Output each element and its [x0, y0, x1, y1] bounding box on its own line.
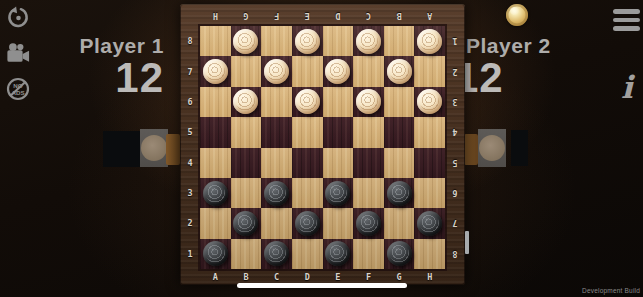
square-g7[interactable] [384, 56, 415, 86]
game-screen: NO ADS Player 1 12 Player 2 12 i ABCDEFG… [0, 0, 643, 297]
square-g5[interactable] [384, 117, 415, 147]
square-b4[interactable] [231, 148, 262, 178]
file-label: C [261, 272, 292, 282]
square-d6[interactable] [292, 87, 323, 117]
square-c6[interactable] [261, 87, 292, 117]
white-piece-h8[interactable] [417, 29, 442, 54]
square-b3[interactable] [231, 178, 262, 208]
home-indicator[interactable] [237, 283, 407, 288]
square-d4[interactable] [292, 148, 323, 178]
rank-label: 8 [180, 26, 200, 56]
rank-label: 1 [180, 239, 200, 269]
rank-label: 2 [180, 208, 200, 238]
file-labels-bottom: ABCDEFGH [200, 270, 445, 284]
square-a4[interactable] [200, 148, 231, 178]
square-h7[interactable] [414, 56, 445, 86]
square-a5[interactable] [200, 117, 231, 147]
file-label: C [353, 11, 384, 21]
square-b5[interactable] [231, 117, 262, 147]
square-h1[interactable] [414, 239, 445, 269]
file-label: F [261, 11, 292, 21]
square-b2[interactable] [231, 208, 262, 238]
black-piece-g1[interactable] [387, 241, 412, 266]
white-piece-h6[interactable] [417, 89, 442, 114]
square-g1[interactable] [384, 239, 415, 269]
white-piece-d8[interactable] [295, 29, 320, 54]
player1-score: 12 [79, 58, 164, 98]
rank-label: 7 [180, 56, 200, 86]
square-d1[interactable] [292, 239, 323, 269]
left-tray-slot [140, 129, 168, 167]
square-f2[interactable] [353, 208, 384, 238]
square-g2[interactable] [384, 208, 415, 238]
file-label: D [323, 11, 354, 21]
square-f1[interactable] [353, 239, 384, 269]
square-e5[interactable] [323, 117, 354, 147]
black-piece-e3[interactable] [325, 181, 350, 206]
board-grid [200, 26, 445, 269]
file-label: H [414, 272, 445, 282]
file-label: G [384, 272, 415, 282]
rank-label: 2 [445, 56, 465, 86]
square-e1[interactable] [323, 239, 354, 269]
file-label: F [353, 272, 384, 282]
square-d8[interactable] [292, 26, 323, 56]
square-c7[interactable] [261, 56, 292, 86]
black-piece-a3[interactable] [203, 181, 228, 206]
rank-label: 4 [180, 148, 200, 178]
square-c5[interactable] [261, 117, 292, 147]
rank-label: 7 [445, 208, 465, 238]
black-piece-e1[interactable] [325, 241, 350, 266]
menu-bar [613, 9, 640, 14]
rank-label: 6 [445, 178, 465, 208]
file-label: B [231, 272, 262, 282]
square-e3[interactable] [323, 178, 354, 208]
square-h4[interactable] [414, 148, 445, 178]
square-c8[interactable] [261, 26, 292, 56]
rank-labels-left: 87654321 [180, 26, 200, 269]
file-label: E [292, 11, 323, 21]
right-tray-tab [464, 134, 478, 165]
square-a2[interactable] [200, 208, 231, 238]
checkers-board: ABCDEFGH ABCDEFGH 87654321 87654321 [180, 4, 465, 285]
square-e4[interactable] [323, 148, 354, 178]
rank-label: 5 [445, 148, 465, 178]
file-label: A [200, 272, 231, 282]
square-g6[interactable] [384, 87, 415, 117]
square-c1[interactable] [261, 239, 292, 269]
file-label: E [323, 272, 354, 282]
black-piece-c1[interactable] [264, 241, 289, 266]
black-piece-g3[interactable] [387, 181, 412, 206]
file-label: G [231, 11, 262, 21]
square-h2[interactable] [414, 208, 445, 238]
file-label: D [292, 272, 323, 282]
menu-bar [613, 18, 640, 23]
file-label: H [200, 11, 231, 21]
player1-panel: Player 1 12 [79, 34, 164, 98]
square-d3[interactable] [292, 178, 323, 208]
rank-label: 4 [445, 117, 465, 147]
square-h6[interactable] [414, 87, 445, 117]
square-f5[interactable] [353, 117, 384, 147]
left-tray-tab [166, 134, 180, 165]
black-piece-d2[interactable] [295, 211, 320, 236]
square-e6[interactable] [323, 87, 354, 117]
no-ads-button[interactable]: NO ADS [6, 77, 30, 101]
restart-button[interactable] [6, 5, 30, 29]
square-d7[interactable] [292, 56, 323, 86]
rank-label: 6 [180, 87, 200, 117]
square-f8[interactable] [353, 26, 384, 56]
player2-panel: Player 2 12 [455, 34, 551, 98]
dev-build-watermark: Development Build [582, 287, 640, 294]
square-a1[interactable] [200, 239, 231, 269]
square-b6[interactable] [231, 87, 262, 117]
square-b1[interactable] [231, 239, 262, 269]
square-f3[interactable] [353, 178, 384, 208]
record-video-button[interactable] [6, 41, 30, 65]
file-label: A [414, 11, 445, 21]
left-toolbar: NO ADS [6, 5, 30, 101]
square-e8[interactable] [323, 26, 354, 56]
white-piece-a7[interactable] [203, 59, 228, 84]
square-a6[interactable] [200, 87, 231, 117]
white-piece-c7[interactable] [264, 59, 289, 84]
white-piece-f8[interactable] [356, 29, 381, 54]
white-piece-f6[interactable] [356, 89, 381, 114]
square-c2[interactable] [261, 208, 292, 238]
record-video-icon [6, 42, 30, 65]
square-g4[interactable] [384, 148, 415, 178]
square-f7[interactable] [353, 56, 384, 86]
square-a3[interactable] [200, 178, 231, 208]
square-h3[interactable] [414, 178, 445, 208]
black-piece-f2[interactable] [356, 211, 381, 236]
square-g8[interactable] [384, 26, 415, 56]
white-piece-b6[interactable] [233, 89, 258, 114]
black-piece-h2[interactable] [417, 211, 442, 236]
square-e2[interactable] [323, 208, 354, 238]
square-b7[interactable] [231, 56, 262, 86]
white-piece-d6[interactable] [295, 89, 320, 114]
rank-label: 3 [180, 178, 200, 208]
rank-labels-right: 87654321 [445, 26, 465, 269]
rank-label: 8 [445, 239, 465, 269]
square-c3[interactable] [261, 178, 292, 208]
rank-label: 3 [445, 87, 465, 117]
black-piece-b2[interactable] [233, 211, 258, 236]
left-tray-box [103, 131, 141, 167]
file-label: B [384, 11, 415, 21]
square-d5[interactable] [292, 117, 323, 147]
square-c4[interactable] [261, 148, 292, 178]
square-h5[interactable] [414, 117, 445, 147]
white-piece-g7[interactable] [387, 59, 412, 84]
square-a7[interactable] [200, 56, 231, 86]
menu-button[interactable] [613, 9, 640, 31]
right-tray-slot [478, 129, 506, 167]
player2-score: 12 [455, 58, 551, 98]
white-piece-b8[interactable] [233, 29, 258, 54]
info-button[interactable]: i [615, 68, 639, 106]
file-labels-top: ABCDEFGH [200, 8, 445, 24]
square-g3[interactable] [384, 178, 415, 208]
no-ads-icon: NO ADS [6, 76, 30, 102]
rank-label: 1 [445, 26, 465, 56]
board-edge-artifact [465, 231, 469, 254]
black-piece-c3[interactable] [264, 181, 289, 206]
restart-icon [7, 6, 30, 29]
right-tray-box [511, 130, 528, 166]
square-d2[interactable] [292, 208, 323, 238]
square-b8[interactable] [231, 26, 262, 56]
black-piece-a1[interactable] [203, 241, 228, 266]
square-f6[interactable] [353, 87, 384, 117]
square-h8[interactable] [414, 26, 445, 56]
square-e7[interactable] [323, 56, 354, 86]
square-f4[interactable] [353, 148, 384, 178]
menu-bar [613, 26, 640, 31]
coin-icon [506, 4, 528, 26]
rank-label: 5 [180, 117, 200, 147]
square-a8[interactable] [200, 26, 231, 56]
white-piece-e7[interactable] [325, 59, 350, 84]
